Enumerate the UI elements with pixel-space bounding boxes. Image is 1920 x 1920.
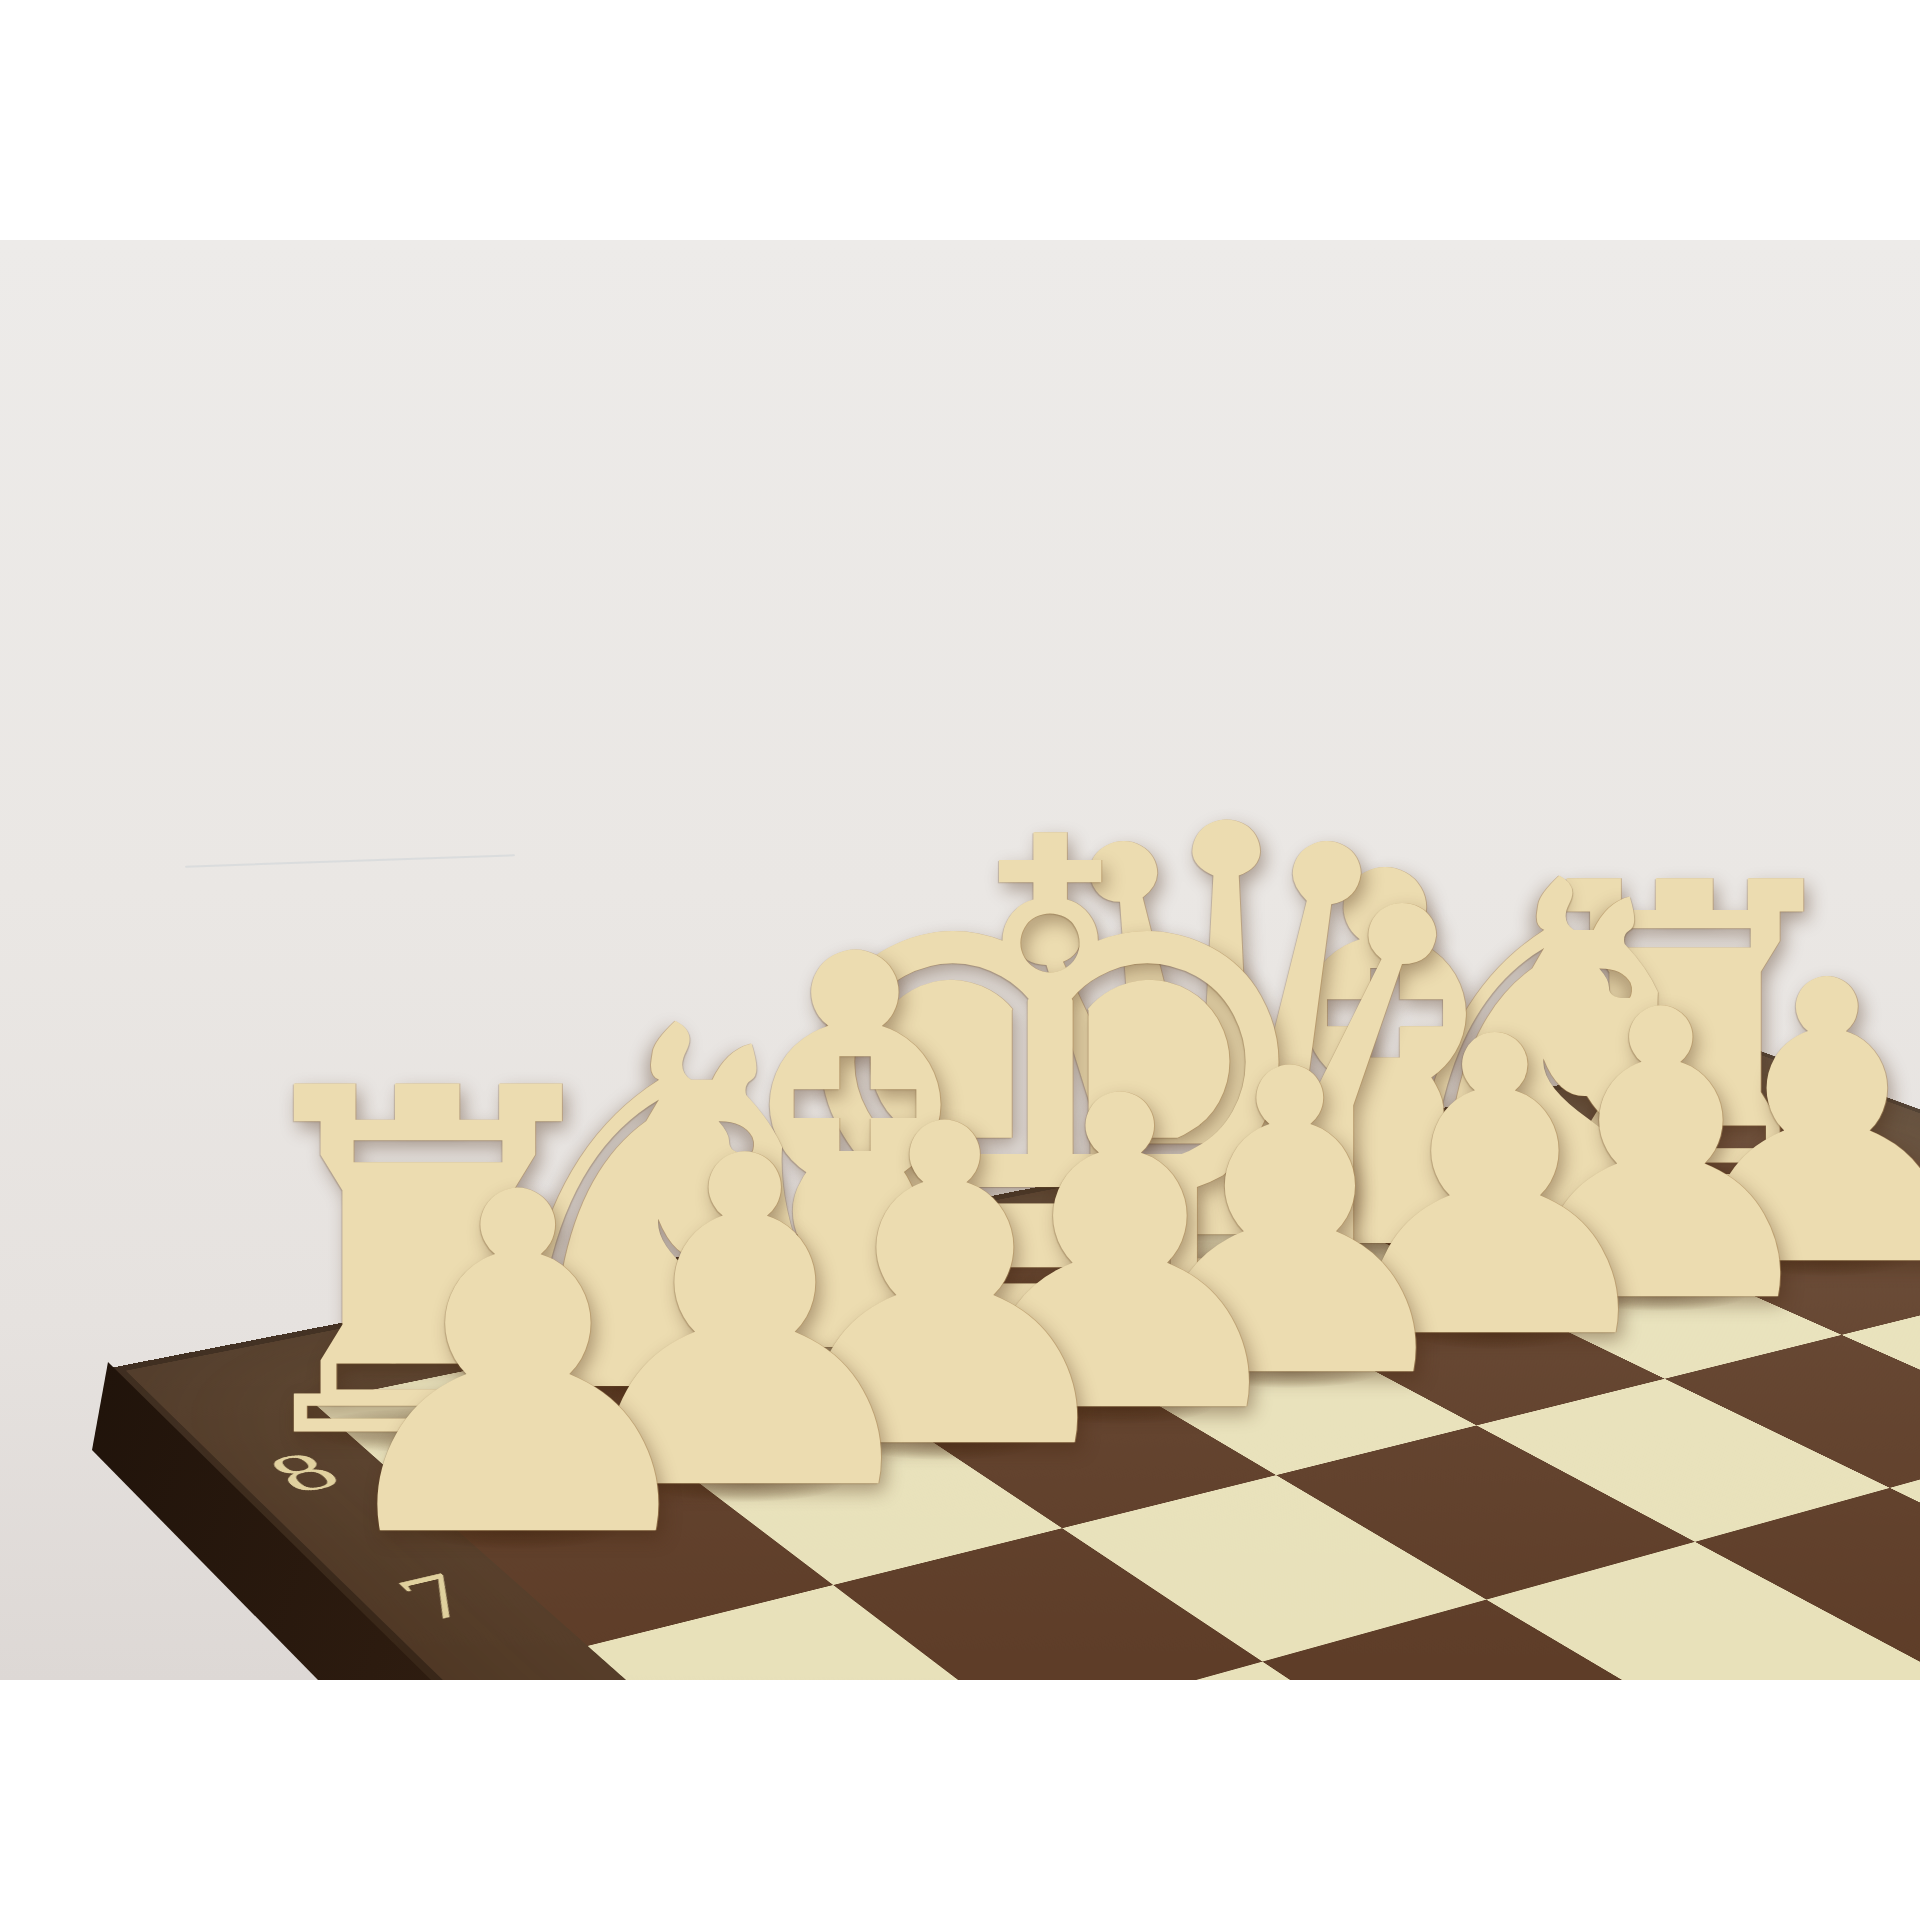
letterbox-top <box>0 0 1920 240</box>
pieces-layer: ♜♞♝♚♛♝♞♜♟♟♟♟♟♟♟♟ <box>0 240 1920 1680</box>
screenshot-canvas: 87654321 abcdefgh ♜♞♝♚♛♝♞♜♟♟♟♟♟♟♟♟ <box>0 0 1920 1920</box>
photo-scene: 87654321 abcdefgh ♜♞♝♚♛♝♞♜♟♟♟♟♟♟♟♟ <box>0 240 1920 1680</box>
white-pawn-a7: ♟ <box>283 1134 752 1603</box>
letterbox-bottom <box>0 1680 1920 1920</box>
